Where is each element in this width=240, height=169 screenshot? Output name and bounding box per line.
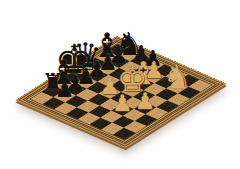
chess-photo-scene: ♜♝♚♛♝♟♟♟♟♟♟♞♟♟♟♚♝♟♟♟♞ (0, 0, 240, 169)
chess-board: ♜♝♚♛♝♟♟♟♟♟♟♞♟♟♟♚♝♟♟♟♞ (15, 36, 226, 148)
board-squares: ♜♝♚♛♝♟♟♟♟♟♟♞♟♟♟♚♝♟♟♟♞ (29, 43, 212, 140)
